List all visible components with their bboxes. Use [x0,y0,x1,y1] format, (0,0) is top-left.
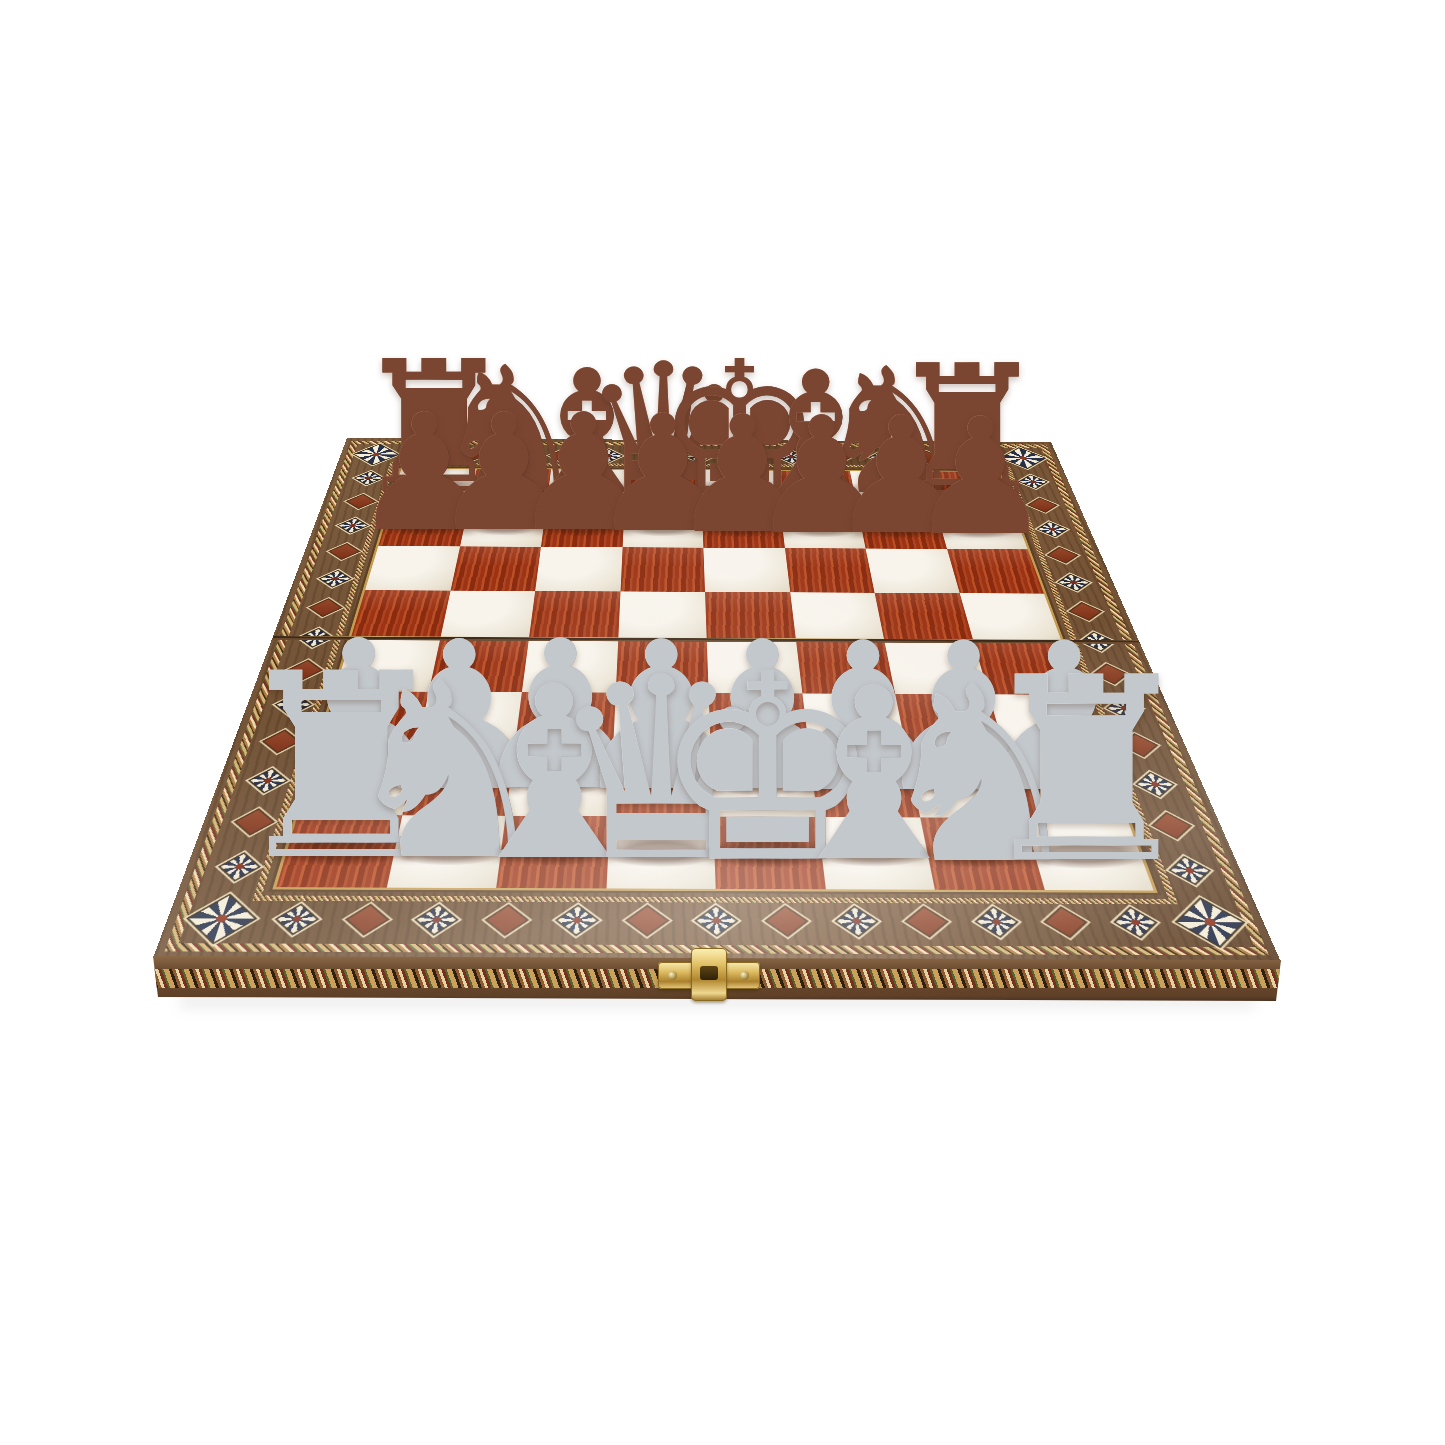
inlay-red-diamond [912,450,945,466]
inlay-red-diamond [306,597,345,619]
square-h6 [947,549,1044,593]
square-d3 [613,692,711,751]
square-e3 [709,693,809,752]
square-b8 [468,469,551,507]
product-photo-scene: ♜♞♝♛♚♝♞♜♟♟♟♟♟♟♟♟♟♟♟♟♟♟♟♟♜♞♝♛♚♝♞♜ [0,0,1445,1445]
inlay-red-diamond [343,493,378,510]
square-a8 [390,469,476,507]
square-a4 [335,638,440,691]
inlay-star-diamond [1034,520,1070,538]
square-d7 [622,507,703,548]
inlay-star-diamond [1103,696,1146,722]
square-g8 [850,471,935,509]
inlay-star-diamond [1015,473,1049,490]
square-h5 [959,593,1061,642]
square-c1 [496,815,609,888]
square-b6 [450,546,541,590]
square-g3 [895,694,1005,753]
inlay-red-diamond [761,903,812,940]
square-b5 [440,590,535,639]
square-f3 [802,693,907,752]
square-d5 [618,591,707,640]
clasp-keeper-slot [700,966,718,980]
mosaic-border-near [239,902,1194,940]
inlay-star-diamond [592,448,625,464]
square-h8 [924,471,1012,509]
square-g5 [875,593,973,642]
inlay-red-diamond [454,447,488,463]
square-e6 [703,548,789,592]
square-a5 [351,590,450,639]
inlay-star-diamond [551,902,602,939]
square-f1 [817,817,935,890]
square-c6 [535,547,622,591]
square-e8 [701,470,780,508]
square-b3 [416,691,522,750]
inlay-red-diamond [283,658,325,682]
inlay-red-diamond [1065,600,1104,622]
inlay-red-diamond [230,806,278,838]
square-e2 [711,751,817,816]
inlay-star-diamond [334,517,370,535]
inlay-star-diamond [958,450,991,466]
square-c3 [514,692,615,751]
square-f6 [785,548,875,592]
inlay-red-diamond [481,901,532,938]
square-f8 [775,471,857,509]
inlay-red-diamond [546,448,580,464]
inlay-red-diamond [729,449,762,465]
inlay-red-diamond [1044,546,1081,565]
square-d4 [615,639,708,692]
chess-board-top [153,438,1281,962]
square-c2 [506,750,613,815]
square-b1 [386,815,505,888]
inlay-red-diamond [821,449,854,465]
inlay-star-diamond [691,902,742,939]
inlay-star-diamond [500,447,534,463]
inlay-red-diamond [1024,496,1059,513]
square-e7 [702,507,785,548]
inlay-star-diamond [271,901,322,938]
square-c7 [541,507,624,548]
inlay-star-diamond [683,448,716,464]
inlay-red-diamond [341,901,392,938]
square-c4 [522,639,618,692]
inlay-star-diamond [866,449,899,465]
square-g6 [866,549,960,593]
square-a1 [276,815,402,888]
inlay-star-diamond [214,850,263,884]
inlay-star-diamond [831,903,882,940]
square-e5 [705,592,796,641]
inlay-star-diamond [1054,572,1092,592]
inlay-red-diamond [638,448,671,464]
inlay-star-diamond [775,449,808,465]
square-e4 [707,640,802,693]
inlay-red-diamond [1148,810,1195,842]
square-b4 [428,639,528,692]
square-e1 [713,816,825,889]
square-d1 [606,816,716,889]
square-d8 [624,470,702,508]
square-h7 [935,509,1028,550]
inlay-star-diamond [1132,769,1178,799]
inlay-red-diamond [901,903,952,940]
inlay-star-diamond [1110,904,1161,941]
inlay-star-diamond [971,903,1022,940]
square-g7 [857,508,946,549]
inlay-star-diamond [411,901,462,938]
square-g2 [907,752,1024,817]
square-b7 [460,506,547,547]
inlay-star-diamond [351,470,385,487]
square-a3 [317,691,428,750]
inlay-red-diamond [258,728,303,756]
square-c5 [529,591,620,640]
clasp-screw [740,971,749,980]
inlay-star-diamond [316,569,354,589]
inlay-red-diamond [1117,731,1161,759]
square-f2 [809,752,920,817]
square-a2 [298,750,416,815]
inlay-red-diamond [1089,662,1131,686]
inlay-star-diamond [245,766,291,796]
square-c8 [546,469,626,507]
square-d2 [609,751,713,816]
square-a7 [378,506,468,547]
square-d6 [620,547,705,591]
inlay-red-diamond [325,542,362,561]
inlay-star-diamond [271,692,314,718]
inlay-star-diamond [1165,854,1214,888]
inlay-red-diamond [621,902,672,939]
square-b2 [402,750,514,815]
square-f7 [780,508,866,549]
square-f5 [790,592,885,641]
inlay-star-diamond [409,447,443,463]
square-g4 [884,641,988,694]
inlay-red-diamond [1040,904,1091,941]
square-a6 [365,546,460,590]
square-f4 [796,640,896,693]
clasp-screw [668,971,677,980]
